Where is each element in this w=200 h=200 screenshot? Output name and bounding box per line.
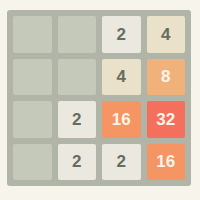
cell-r1c3-tile-2: 2 (102, 16, 141, 53)
cell-r1c2 (58, 16, 97, 53)
game-page: 2 4 4 8 2 16 32 2 2 16 (0, 0, 200, 200)
cell-r4c2-tile-2: 2 (58, 144, 97, 181)
board-2048[interactable]: 2 4 4 8 2 16 32 2 2 16 (7, 10, 191, 186)
cell-r3c1 (13, 101, 52, 138)
cell-r3c2-tile-2: 2 (58, 101, 97, 138)
cell-r2c2 (58, 59, 97, 96)
cell-r1c4-tile-4: 4 (147, 16, 186, 53)
cell-r4c3-tile-2: 2 (102, 144, 141, 181)
cell-r2c3-tile-4: 4 (102, 59, 141, 96)
cell-r4c4-tile-16: 16 (147, 144, 186, 181)
cell-r2c4-tile-8: 8 (147, 59, 186, 96)
cell-r3c3-tile-16: 16 (102, 101, 141, 138)
cell-r1c1 (13, 16, 52, 53)
cell-r3c4-tile-32: 32 (147, 101, 186, 138)
cell-r4c1 (13, 144, 52, 181)
cell-r2c1 (13, 59, 52, 96)
